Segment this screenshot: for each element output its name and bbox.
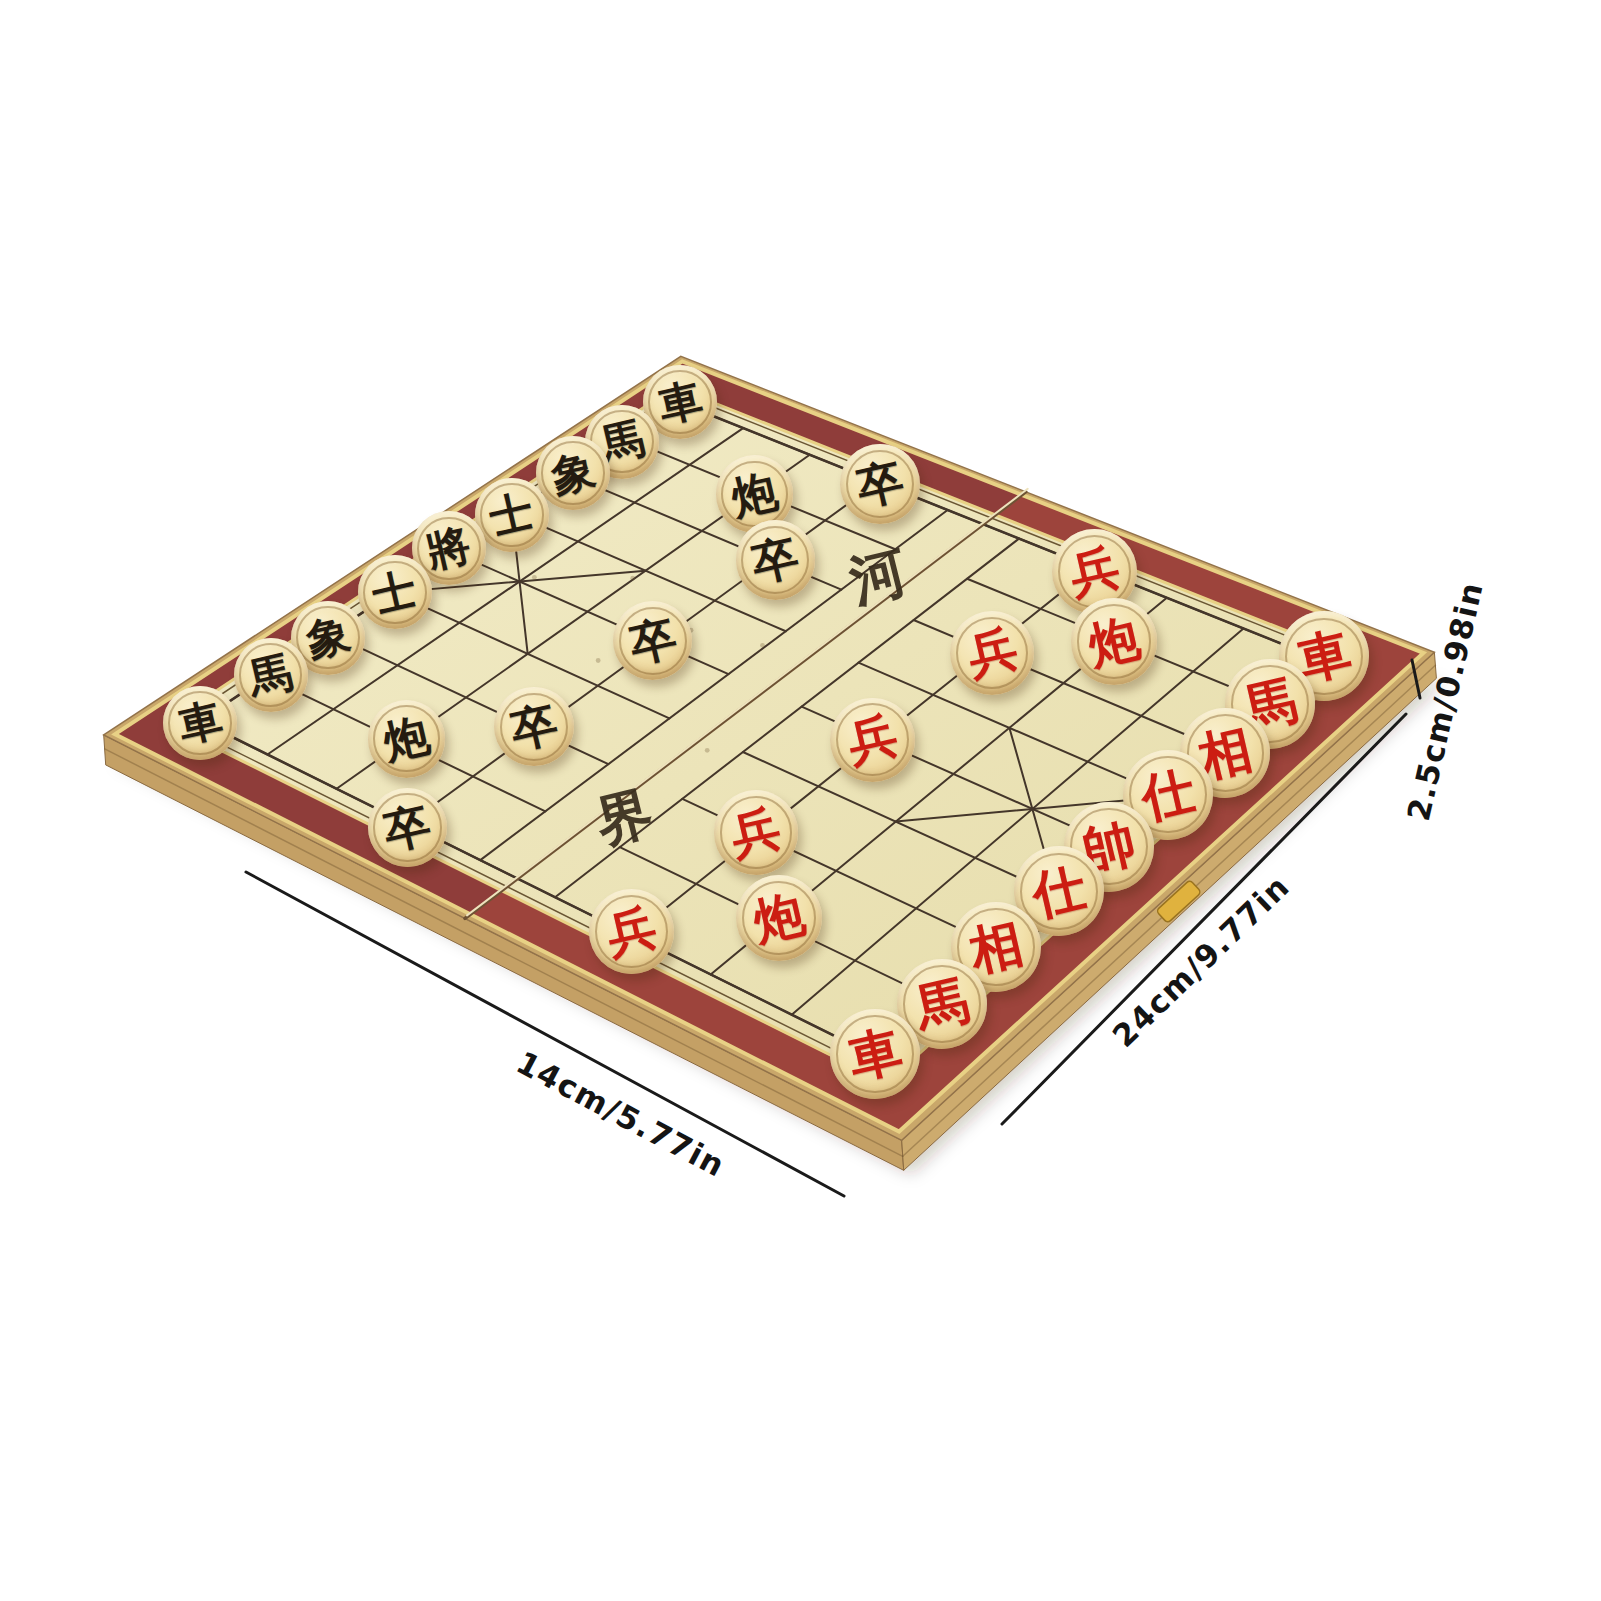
piece-glyph: 仕 bbox=[1137, 763, 1200, 826]
piece-glyph: 兵 bbox=[1065, 542, 1124, 601]
piece-glyph: 象 bbox=[303, 612, 354, 663]
piece-red-soldier[interactable]: 兵 bbox=[714, 790, 799, 875]
piece-red-cannon[interactable]: 炮 bbox=[736, 875, 822, 961]
piece-glyph: 兵 bbox=[963, 624, 1022, 683]
piece-black-advisor[interactable]: 士 bbox=[475, 478, 549, 552]
piece-red-chariot[interactable]: 車 bbox=[830, 1009, 920, 1099]
piece-glyph: 車 bbox=[174, 697, 225, 748]
piece-black-cannon[interactable]: 炮 bbox=[368, 700, 446, 778]
piece-glyph: 兵 bbox=[843, 710, 902, 769]
piece-black-soldier[interactable]: 卒 bbox=[494, 687, 573, 766]
piece-glyph: 相 bbox=[965, 916, 1028, 979]
piece-glyph: 車 bbox=[844, 1023, 907, 1086]
piece-black-horse[interactable]: 馬 bbox=[234, 638, 308, 712]
piece-glyph: 卒 bbox=[625, 613, 680, 668]
piece-black-chariot[interactable]: 車 bbox=[163, 686, 237, 760]
piece-red-soldier[interactable]: 兵 bbox=[950, 611, 1035, 696]
piece-glyph: 仕 bbox=[1028, 860, 1091, 923]
piece-black-soldier[interactable]: 卒 bbox=[736, 520, 815, 599]
piece-black-elephant[interactable]: 象 bbox=[536, 436, 610, 510]
piece-black-soldier[interactable]: 卒 bbox=[840, 444, 919, 523]
piece-red-soldier[interactable]: 兵 bbox=[589, 889, 674, 974]
piece-black-soldier[interactable]: 卒 bbox=[368, 788, 447, 867]
piece-glyph: 馬 bbox=[911, 973, 974, 1036]
piece-glyph: 炮 bbox=[1084, 612, 1144, 672]
piece-black-advisor[interactable]: 士 bbox=[358, 555, 432, 629]
piece-glyph: 象 bbox=[547, 447, 598, 498]
piece-glyph: 車 bbox=[654, 376, 705, 427]
piece-red-cannon[interactable]: 炮 bbox=[1071, 598, 1157, 684]
product-photo: 河界 車馬象士將士象馬車炮炮卒卒卒卒卒兵兵兵兵兵炮炮車馬相仕帥仕相馬車 2.5c… bbox=[0, 0, 1601, 1601]
xiangqi-board: 河界 bbox=[0, 0, 1601, 1601]
piece-red-soldier[interactable]: 兵 bbox=[830, 698, 915, 783]
piece-glyph: 炮 bbox=[749, 888, 809, 948]
piece-glyph: 炮 bbox=[727, 467, 781, 521]
